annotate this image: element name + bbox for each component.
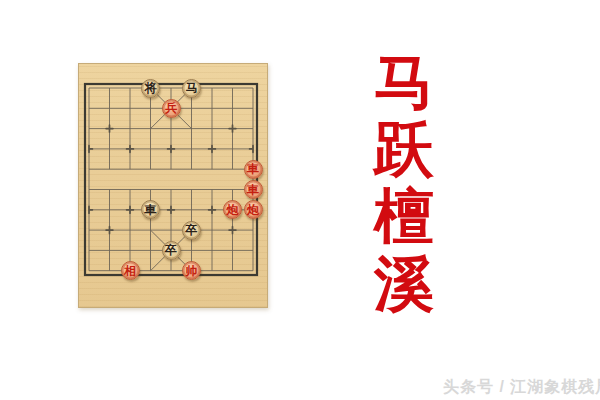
page: 将马兵車車車炮炮卒卒相帅 马跃檀溪 头条号 / 江湖象棋残局天 [0,0,600,400]
piece-red-general[interactable]: 帅 [182,261,201,280]
piece-red-chariot-1[interactable]: 車 [244,160,263,179]
piece-red-chariot-2[interactable]: 車 [244,180,263,199]
pieces-layer: 将马兵車車車炮炮卒卒相帅 [83,82,263,281]
piece-red-elephant[interactable]: 相 [121,261,140,280]
watermark: 头条号 / 江湖象棋残局天 [443,377,600,398]
piece-black-general[interactable]: 将 [141,79,160,98]
xiangqi-board: 将马兵車車車炮炮卒卒相帅 [78,63,268,308]
piece-black-soldier-1[interactable]: 卒 [182,221,201,240]
piece-black-soldier-2[interactable]: 卒 [162,241,181,260]
puzzle-title: 马跃檀溪 [372,50,436,318]
piece-red-cannon-1[interactable]: 炮 [223,200,242,219]
piece-black-horse[interactable]: 马 [182,79,201,98]
piece-red-cannon-2[interactable]: 炮 [244,200,263,219]
piece-red-soldier[interactable]: 兵 [162,99,181,118]
piece-black-chariot[interactable]: 車 [141,200,160,219]
